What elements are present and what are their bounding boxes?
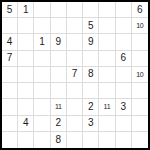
- cell-r4c4[interactable]: [51, 51, 67, 67]
- cell-r2c6: 5: [83, 18, 99, 34]
- cell-r7c6: 2: [83, 99, 99, 115]
- cell-r6c7[interactable]: [99, 83, 115, 99]
- cell-r6c4[interactable]: [51, 83, 67, 99]
- cell-r6c2[interactable]: [18, 83, 34, 99]
- cell-r4c3[interactable]: [34, 51, 50, 67]
- fillomino-board: 51651041997678101121134238: [0, 0, 150, 150]
- cell-r7c8: 3: [116, 99, 132, 115]
- cell-r7c3[interactable]: [34, 99, 50, 115]
- cell-r5c4[interactable]: [51, 67, 67, 83]
- cell-r9c1[interactable]: [2, 132, 18, 148]
- cell-r3c1: 4: [2, 34, 18, 50]
- cell-r4c2[interactable]: [18, 51, 34, 67]
- cell-r1c8[interactable]: [116, 2, 132, 18]
- cell-r3c6: 9: [83, 34, 99, 50]
- cell-r1c2: 1: [18, 2, 34, 18]
- cell-r4c7[interactable]: [99, 51, 115, 67]
- cell-r3c4: 9: [51, 34, 67, 50]
- cell-r9c5[interactable]: [67, 132, 83, 148]
- cell-r6c9[interactable]: [132, 83, 148, 99]
- cell-r9c6[interactable]: [83, 132, 99, 148]
- cell-r2c7[interactable]: [99, 18, 115, 34]
- cell-r7c4: 11: [51, 99, 67, 115]
- cell-r6c5[interactable]: [67, 83, 83, 99]
- cell-r4c6[interactable]: [83, 51, 99, 67]
- cell-r5c3[interactable]: [34, 67, 50, 83]
- cell-r5c7[interactable]: [99, 67, 115, 83]
- cell-r6c6[interactable]: [83, 83, 99, 99]
- cell-r7c7: 11: [99, 99, 115, 115]
- cell-r8c8[interactable]: [116, 116, 132, 132]
- cell-r5c6: 8: [83, 67, 99, 83]
- cell-r5c5: 7: [67, 67, 83, 83]
- cell-r3c2[interactable]: [18, 34, 34, 50]
- cell-r1c6[interactable]: [83, 2, 99, 18]
- cell-r3c7[interactable]: [99, 34, 115, 50]
- cell-r5c9: 10: [132, 67, 148, 83]
- cell-r4c1: 7: [2, 51, 18, 67]
- cell-r3c8[interactable]: [116, 34, 132, 50]
- cell-r8c6: 3: [83, 116, 99, 132]
- cell-r2c1[interactable]: [2, 18, 18, 34]
- cell-r1c1: 5: [2, 2, 18, 18]
- cell-r7c2[interactable]: [18, 99, 34, 115]
- cell-r4c8: 6: [116, 51, 132, 67]
- cell-r8c5[interactable]: [67, 116, 83, 132]
- cell-r9c9[interactable]: [132, 132, 148, 148]
- cell-r1c3[interactable]: [34, 2, 50, 18]
- cell-r9c3[interactable]: [34, 132, 50, 148]
- cell-r7c5[interactable]: [67, 99, 83, 115]
- cell-r6c3[interactable]: [34, 83, 50, 99]
- cell-r8c2: 4: [18, 116, 34, 132]
- cell-r9c4: 8: [51, 132, 67, 148]
- cell-r2c9: 10: [132, 18, 148, 34]
- cell-r1c7[interactable]: [99, 2, 115, 18]
- cell-r7c9[interactable]: [132, 99, 148, 115]
- cell-r6c8[interactable]: [116, 83, 132, 99]
- cell-r8c1[interactable]: [2, 116, 18, 132]
- cell-r8c4: 2: [51, 116, 67, 132]
- cell-r9c7[interactable]: [99, 132, 115, 148]
- cell-r2c4[interactable]: [51, 18, 67, 34]
- cell-r2c8[interactable]: [116, 18, 132, 34]
- cell-r2c5[interactable]: [67, 18, 83, 34]
- cell-r4c9[interactable]: [132, 51, 148, 67]
- cell-r9c2[interactable]: [18, 132, 34, 148]
- cell-r6c1[interactable]: [2, 83, 18, 99]
- cell-r5c2[interactable]: [18, 67, 34, 83]
- cell-r1c9: 6: [132, 2, 148, 18]
- cell-r9c8[interactable]: [116, 132, 132, 148]
- cell-r3c5[interactable]: [67, 34, 83, 50]
- cell-r5c8[interactable]: [116, 67, 132, 83]
- cell-r4c5[interactable]: [67, 51, 83, 67]
- cell-r1c5[interactable]: [67, 2, 83, 18]
- cell-r8c7[interactable]: [99, 116, 115, 132]
- cell-r8c9[interactable]: [132, 116, 148, 132]
- cell-r2c3[interactable]: [34, 18, 50, 34]
- cell-r3c9[interactable]: [132, 34, 148, 50]
- cell-r5c1[interactable]: [2, 67, 18, 83]
- cell-r7c1[interactable]: [2, 99, 18, 115]
- cell-r3c3: 1: [34, 34, 50, 50]
- cell-r8c3[interactable]: [34, 116, 50, 132]
- cell-r2c2[interactable]: [18, 18, 34, 34]
- cell-r1c4[interactable]: [51, 2, 67, 18]
